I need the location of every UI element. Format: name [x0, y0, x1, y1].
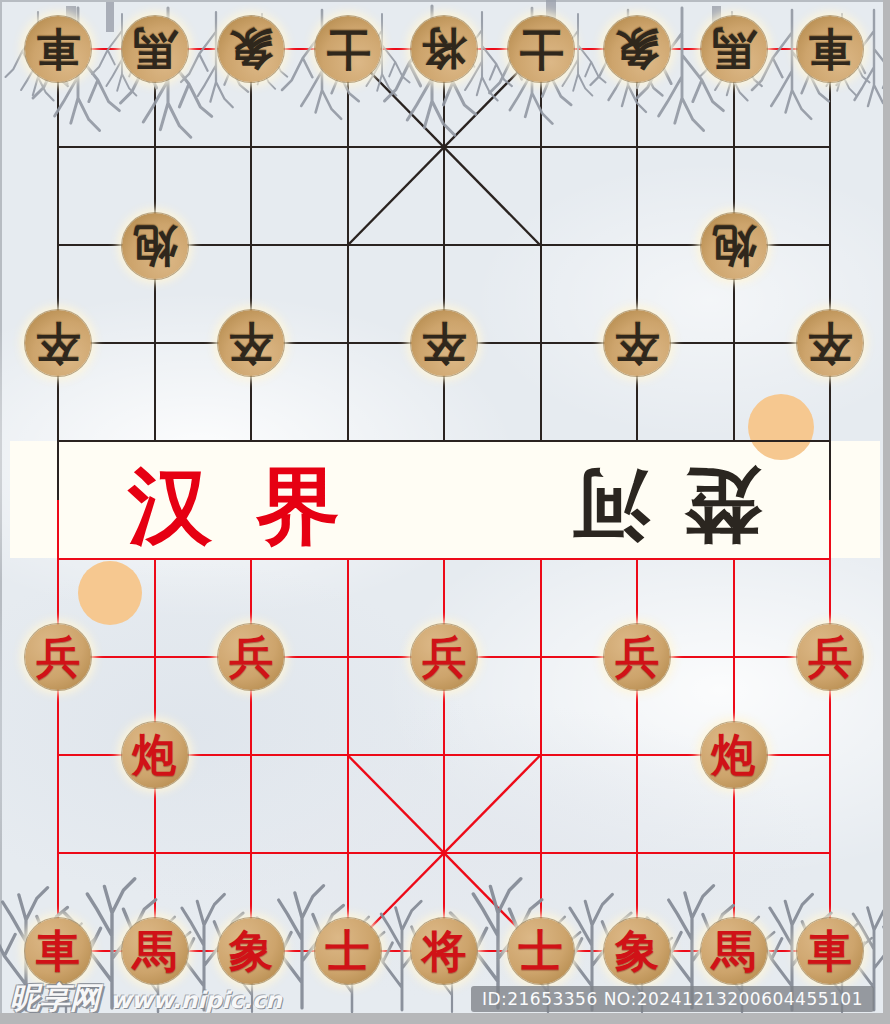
- piece-glyph: 兵: [229, 635, 273, 679]
- piece-black-file8-rank3[interactable]: 炮: [701, 213, 767, 279]
- piece-red-file9-rank7[interactable]: 兵: [797, 624, 863, 690]
- piece-red-file3-rank7[interactable]: 兵: [218, 624, 284, 690]
- piece-glyph: 馬: [133, 929, 177, 973]
- piece-black-file2-rank1[interactable]: 馬: [122, 16, 188, 82]
- piece-red-file4-rank10[interactable]: 士: [315, 918, 381, 984]
- piece-glyph: 象: [229, 929, 273, 973]
- piece-black-file3-rank1[interactable]: 象: [218, 16, 284, 82]
- piece-glyph: 士: [326, 929, 370, 973]
- piece-red-file1-rank7[interactable]: 兵: [25, 624, 91, 690]
- piece-red-file5-rank7[interactable]: 兵: [411, 624, 477, 690]
- piece-glyph: 卒: [422, 321, 466, 365]
- piece-black-file4-rank1[interactable]: 士: [315, 16, 381, 82]
- piece-glyph: 炮: [712, 224, 756, 268]
- piece-red-file9-rank10[interactable]: 車: [797, 918, 863, 984]
- piece-red-file2-rank10[interactable]: 馬: [122, 918, 188, 984]
- piece-red-file6-rank10[interactable]: 士: [508, 918, 574, 984]
- piece-glyph: 士: [519, 27, 563, 71]
- piece-glyph: 馬: [712, 929, 756, 973]
- piece-glyph: 卒: [615, 321, 659, 365]
- piece-glyph: 将: [422, 27, 466, 71]
- piece-black-file9-rank1[interactable]: 車: [797, 16, 863, 82]
- xiangqi-board-graphic: 汉界 楚河: [0, 0, 890, 1024]
- piece-red-file3-rank10[interactable]: 象: [218, 918, 284, 984]
- piece-glyph: 炮: [712, 733, 756, 777]
- piece-glyph: 馬: [133, 27, 177, 71]
- piece-black-file7-rank1[interactable]: 象: [604, 16, 670, 82]
- piece-glyph: 兵: [808, 635, 852, 679]
- piece-glyph: 象: [615, 929, 659, 973]
- piece-glyph: 将: [422, 929, 466, 973]
- piece-red-file1-rank10[interactable]: 車: [25, 918, 91, 984]
- piece-glyph: 車: [36, 27, 80, 71]
- piece-glyph: 士: [519, 929, 563, 973]
- piece-glyph: 馬: [712, 27, 756, 71]
- piece-glyph: 卒: [808, 321, 852, 365]
- piece-glyph: 士: [326, 27, 370, 71]
- piece-glyph: 車: [808, 929, 852, 973]
- piece-glyph: 兵: [422, 635, 466, 679]
- piece-red-file8-rank10[interactable]: 馬: [701, 918, 767, 984]
- piece-black-file8-rank1[interactable]: 馬: [701, 16, 767, 82]
- piece-glyph: 兵: [615, 635, 659, 679]
- piece-glyph: 炮: [133, 224, 177, 268]
- piece-red-file7-rank10[interactable]: 象: [604, 918, 670, 984]
- piece-red-file2-rank8[interactable]: 炮: [122, 722, 188, 788]
- piece-glyph: 象: [615, 27, 659, 71]
- piece-black-file7-rank4[interactable]: 卒: [604, 310, 670, 376]
- piece-black-file6-rank1[interactable]: 士: [508, 16, 574, 82]
- piece-glyph: 兵: [36, 635, 80, 679]
- piece-black-file1-rank1[interactable]: 車: [25, 16, 91, 82]
- frame-edge-bottom: [0, 1013, 890, 1024]
- piece-black-file5-rank1[interactable]: 将: [411, 16, 477, 82]
- piece-glyph: 象: [229, 27, 273, 71]
- piece-glyph: 卒: [229, 321, 273, 365]
- piece-black-file2-rank3[interactable]: 炮: [122, 213, 188, 279]
- piece-black-file1-rank4[interactable]: 卒: [25, 310, 91, 376]
- piece-red-file8-rank8[interactable]: 炮: [701, 722, 767, 788]
- piece-glyph: 卒: [36, 321, 80, 365]
- piece-layer: 車馬象士将士象馬車炮炮卒卒卒卒卒兵兵兵兵兵炮炮車馬象士将士象馬車: [0, 0, 890, 1024]
- piece-black-file5-rank4[interactable]: 卒: [411, 310, 477, 376]
- piece-glyph: 炮: [133, 733, 177, 777]
- piece-red-file7-rank7[interactable]: 兵: [604, 624, 670, 690]
- piece-black-file9-rank4[interactable]: 卒: [797, 310, 863, 376]
- watermark-site-url: www.nipic.cn: [110, 987, 282, 1013]
- piece-black-file3-rank4[interactable]: 卒: [218, 310, 284, 376]
- watermark-image-id: ID:21653356 NO:20241213200604455101: [471, 986, 874, 1012]
- piece-red-file5-rank10[interactable]: 将: [411, 918, 477, 984]
- piece-glyph: 車: [808, 27, 852, 71]
- frame-edge-right: [883, 0, 890, 1024]
- piece-glyph: 車: [36, 929, 80, 973]
